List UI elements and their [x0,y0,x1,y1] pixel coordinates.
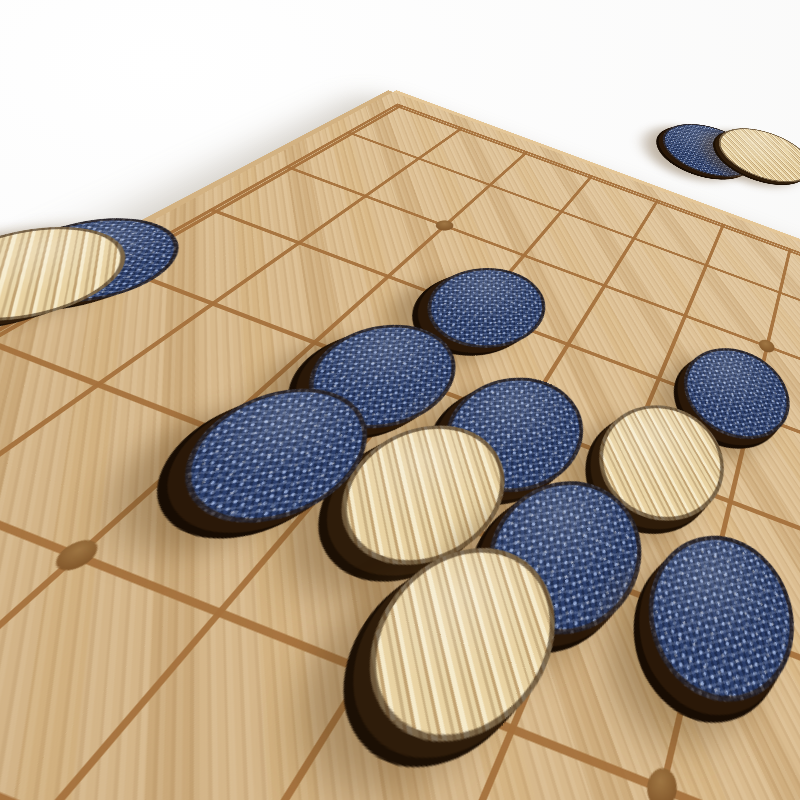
go-board[interactable] [0,92,800,800]
product-photo-frame [0,0,800,800]
